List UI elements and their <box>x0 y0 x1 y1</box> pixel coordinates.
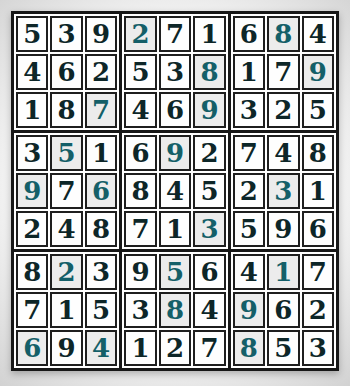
cell-digit: 8 <box>58 97 76 123</box>
cell-r8c1[interactable]: 7 <box>16 292 48 328</box>
cell-r3c2[interactable]: 8 <box>50 92 82 128</box>
sudoku-box-8: 956384127 <box>122 252 227 368</box>
cell-r7c2[interactable]: 2 <box>50 254 82 290</box>
cell-digit: 8 <box>23 259 41 285</box>
cell-r6c4[interactable]: 7 <box>124 211 156 247</box>
cell-r5c9[interactable]: 1 <box>302 173 334 209</box>
cell-r9c9[interactable]: 3 <box>302 330 334 366</box>
cell-digit: 9 <box>166 140 184 166</box>
cell-digit: 8 <box>132 178 150 204</box>
cell-digit: 8 <box>200 59 218 85</box>
cell-r5c1[interactable]: 9 <box>16 173 48 209</box>
cell-digit: 5 <box>166 259 184 285</box>
cell-r2c9[interactable]: 9 <box>302 54 334 90</box>
sudoku-board: 5394621872715384696841793253519762486928… <box>11 11 339 371</box>
cell-r9c2[interactable]: 9 <box>50 330 82 366</box>
cell-digit: 2 <box>132 21 150 47</box>
sudoku-box-4: 351976248 <box>14 133 119 249</box>
cell-r7c7[interactable]: 4 <box>233 254 265 290</box>
cell-r2c2[interactable]: 6 <box>50 54 82 90</box>
cell-digit: 5 <box>200 178 218 204</box>
cell-digit: 7 <box>240 140 258 166</box>
cell-digit: 2 <box>309 297 327 323</box>
cell-digit: 9 <box>58 335 76 361</box>
cell-r1c8[interactable]: 8 <box>267 16 299 52</box>
cell-digit: 3 <box>274 178 292 204</box>
cell-r1c7[interactable]: 6 <box>233 16 265 52</box>
cell-r1c3[interactable]: 9 <box>85 16 117 52</box>
cell-r5c6[interactable]: 5 <box>193 173 225 209</box>
cell-digit: 9 <box>23 178 41 204</box>
cell-digit: 9 <box>132 259 150 285</box>
cell-r1c6[interactable]: 1 <box>193 16 225 52</box>
cell-r6c2[interactable]: 4 <box>50 211 82 247</box>
cell-r5c4[interactable]: 8 <box>124 173 156 209</box>
cell-r7c3[interactable]: 3 <box>85 254 117 290</box>
cell-digit: 6 <box>309 216 327 242</box>
cell-r5c2[interactable]: 7 <box>50 173 82 209</box>
cell-r3c1[interactable]: 1 <box>16 92 48 128</box>
cell-r3c6[interactable]: 9 <box>193 92 225 128</box>
cell-r6c5[interactable]: 1 <box>159 211 191 247</box>
cell-r1c2[interactable]: 3 <box>50 16 82 52</box>
cell-r8c3[interactable]: 5 <box>85 292 117 328</box>
cell-r8c7[interactable]: 9 <box>233 292 265 328</box>
cell-digit: 8 <box>92 216 110 242</box>
cell-r6c8[interactable]: 9 <box>267 211 299 247</box>
cell-r8c4[interactable]: 3 <box>124 292 156 328</box>
cell-digit: 8 <box>240 335 258 361</box>
cell-digit: 5 <box>309 97 327 123</box>
cell-digit: 5 <box>23 21 41 47</box>
cell-digit: 5 <box>240 216 258 242</box>
cell-r4c1[interactable]: 3 <box>16 135 48 171</box>
cell-r4c7[interactable]: 7 <box>233 135 265 171</box>
page-background: 5394621872715384696841793253519762486928… <box>0 0 350 386</box>
cell-r5c5[interactable]: 4 <box>159 173 191 209</box>
cell-r6c9[interactable]: 6 <box>302 211 334 247</box>
cell-r9c1[interactable]: 6 <box>16 330 48 366</box>
cell-digit: 6 <box>166 97 184 123</box>
cell-digit: 1 <box>132 335 150 361</box>
sudoku-box-2: 271538469 <box>122 14 227 130</box>
cell-r3c8[interactable]: 2 <box>267 92 299 128</box>
cell-r7c4[interactable]: 9 <box>124 254 156 290</box>
cell-digit: 6 <box>23 335 41 361</box>
cell-r8c5[interactable]: 8 <box>159 292 191 328</box>
cell-digit: 4 <box>58 216 76 242</box>
cell-digit: 3 <box>200 216 218 242</box>
cell-digit: 6 <box>92 178 110 204</box>
cell-digit: 1 <box>309 178 327 204</box>
cell-r9c4[interactable]: 1 <box>124 330 156 366</box>
cell-digit: 6 <box>58 59 76 85</box>
cell-digit: 7 <box>92 97 110 123</box>
cell-r9c8[interactable]: 5 <box>267 330 299 366</box>
cell-r1c4[interactable]: 2 <box>124 16 156 52</box>
cell-digit: 4 <box>200 297 218 323</box>
cell-digit: 2 <box>200 140 218 166</box>
cell-digit: 7 <box>200 335 218 361</box>
sudoku-box-3: 684179325 <box>231 14 336 130</box>
sudoku-box-5: 692845713 <box>122 133 227 249</box>
cell-r8c8[interactable]: 6 <box>267 292 299 328</box>
cell-r4c2[interactable]: 5 <box>50 135 82 171</box>
cell-r2c8[interactable]: 7 <box>267 54 299 90</box>
cell-digit: 5 <box>274 335 292 361</box>
cell-digit: 6 <box>200 259 218 285</box>
cell-r9c6[interactable]: 7 <box>193 330 225 366</box>
cell-r5c8[interactable]: 3 <box>267 173 299 209</box>
cell-digit: 3 <box>23 140 41 166</box>
cell-digit: 5 <box>132 59 150 85</box>
cell-r1c9[interactable]: 4 <box>302 16 334 52</box>
cell-r6c1[interactable]: 2 <box>16 211 48 247</box>
cell-r7c9[interactable]: 7 <box>302 254 334 290</box>
cell-r9c5[interactable]: 2 <box>159 330 191 366</box>
cell-r3c9[interactable]: 5 <box>302 92 334 128</box>
cell-digit: 2 <box>23 216 41 242</box>
cell-digit: 1 <box>92 140 110 166</box>
cell-r4c5[interactable]: 9 <box>159 135 191 171</box>
cell-digit: 1 <box>274 259 292 285</box>
cell-digit: 9 <box>309 59 327 85</box>
cell-digit: 4 <box>23 59 41 85</box>
cell-r2c4[interactable]: 5 <box>124 54 156 90</box>
cell-digit: 3 <box>166 59 184 85</box>
cell-r1c5[interactable]: 7 <box>159 16 191 52</box>
cell-digit: 5 <box>92 297 110 323</box>
cell-r4c8[interactable]: 4 <box>267 135 299 171</box>
cell-digit: 9 <box>240 297 258 323</box>
cell-r6c3[interactable]: 8 <box>85 211 117 247</box>
cell-r8c2[interactable]: 1 <box>50 292 82 328</box>
cell-r3c4[interactable]: 4 <box>124 92 156 128</box>
cell-r8c9[interactable]: 2 <box>302 292 334 328</box>
cell-r5c3[interactable]: 6 <box>85 173 117 209</box>
cell-r8c6[interactable]: 4 <box>193 292 225 328</box>
cell-r7c1[interactable]: 8 <box>16 254 48 290</box>
cell-digit: 8 <box>274 21 292 47</box>
cell-digit: 3 <box>240 97 258 123</box>
cell-r7c8[interactable]: 1 <box>267 254 299 290</box>
cell-r4c3[interactable]: 1 <box>85 135 117 171</box>
cell-digit: 4 <box>309 21 327 47</box>
cell-r4c9[interactable]: 8 <box>302 135 334 171</box>
cell-digit: 4 <box>240 259 258 285</box>
cell-digit: 8 <box>309 140 327 166</box>
cell-digit: 7 <box>166 21 184 47</box>
cell-digit: 2 <box>58 259 76 285</box>
cell-r3c3[interactable]: 7 <box>85 92 117 128</box>
cell-digit: 4 <box>274 140 292 166</box>
cell-digit: 8 <box>166 297 184 323</box>
cell-r2c1[interactable]: 4 <box>16 54 48 90</box>
cell-digit: 6 <box>274 297 292 323</box>
cell-r6c6[interactable]: 3 <box>193 211 225 247</box>
cell-digit: 1 <box>23 97 41 123</box>
cell-r9c7[interactable]: 8 <box>233 330 265 366</box>
sudoku-box-6: 748231596 <box>231 133 336 249</box>
cell-r6c7[interactable]: 5 <box>233 211 265 247</box>
cell-digit: 9 <box>92 21 110 47</box>
cell-digit: 2 <box>92 59 110 85</box>
cell-r4c4[interactable]: 6 <box>124 135 156 171</box>
cell-r1c1[interactable]: 5 <box>16 16 48 52</box>
cell-r5c7[interactable]: 2 <box>233 173 265 209</box>
cell-digit: 2 <box>274 97 292 123</box>
cell-r2c6[interactable]: 8 <box>193 54 225 90</box>
cell-r4c6[interactable]: 2 <box>193 135 225 171</box>
cell-digit: 7 <box>309 259 327 285</box>
cell-digit: 2 <box>240 178 258 204</box>
cell-r9c3[interactable]: 4 <box>85 330 117 366</box>
cell-r2c7[interactable]: 1 <box>233 54 265 90</box>
cell-r2c3[interactable]: 2 <box>85 54 117 90</box>
cell-digit: 6 <box>132 140 150 166</box>
cell-digit: 9 <box>274 216 292 242</box>
cell-digit: 1 <box>200 21 218 47</box>
cell-digit: 7 <box>58 178 76 204</box>
cell-digit: 7 <box>274 59 292 85</box>
cell-digit: 4 <box>92 335 110 361</box>
cell-digit: 9 <box>200 97 218 123</box>
cell-digit: 1 <box>58 297 76 323</box>
cell-r2c5[interactable]: 3 <box>159 54 191 90</box>
cell-r3c5[interactable]: 6 <box>159 92 191 128</box>
cell-digit: 3 <box>309 335 327 361</box>
cell-r7c5[interactable]: 5 <box>159 254 191 290</box>
cell-digit: 7 <box>132 216 150 242</box>
sudoku-box-1: 539462187 <box>14 14 119 130</box>
cell-digit: 3 <box>58 21 76 47</box>
cell-digit: 1 <box>240 59 258 85</box>
cell-r7c6[interactable]: 6 <box>193 254 225 290</box>
sudoku-box-9: 417962853 <box>231 252 336 368</box>
cell-digit: 6 <box>240 21 258 47</box>
cell-digit: 4 <box>132 97 150 123</box>
cell-digit: 2 <box>166 335 184 361</box>
cell-digit: 3 <box>92 259 110 285</box>
cell-digit: 4 <box>166 178 184 204</box>
sudoku-box-7: 823715694 <box>14 252 119 368</box>
cell-digit: 1 <box>166 216 184 242</box>
cell-digit: 3 <box>132 297 150 323</box>
cell-digit: 5 <box>58 140 76 166</box>
cell-r3c7[interactable]: 3 <box>233 92 265 128</box>
cell-digit: 7 <box>23 297 41 323</box>
